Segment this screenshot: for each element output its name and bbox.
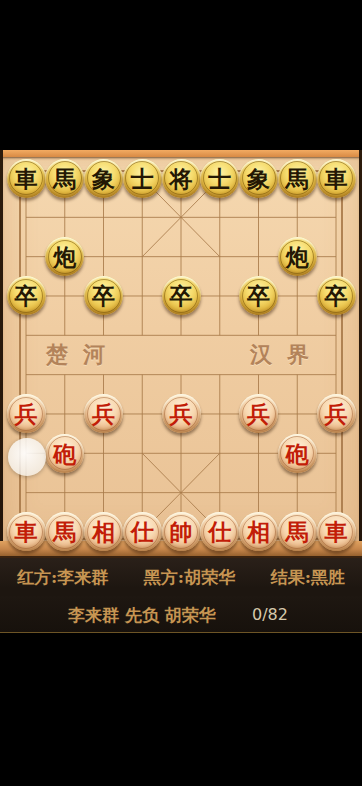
piece-glyph: 帥 [170, 512, 193, 551]
piece-black-pawn[interactable]: 卒 [7, 276, 46, 315]
status-bar: 李来群 先负 胡荣华 0/82 [0, 596, 362, 633]
piece-glyph: 馬 [286, 512, 309, 551]
piece-black-elephant[interactable]: 象 [239, 159, 278, 198]
piece-glyph: 卒 [15, 276, 38, 315]
piece-glyph: 砲 [286, 434, 309, 473]
river-label-right: 汉界 [250, 340, 324, 370]
piece-glyph: 卒 [325, 276, 348, 315]
piece-glyph: 兵 [92, 394, 115, 433]
move-counter: 0/82 [252, 605, 288, 624]
xiangqi-board[interactable]: 楚河 汉界 車馬象士将士象馬車炮炮卒卒卒卒卒兵兵兵兵兵砲砲車馬相仕帥仕相馬車 [0, 150, 362, 558]
result-label: 结果:黑胜 [271, 566, 345, 589]
piece-red-rook[interactable]: 車 [317, 512, 356, 551]
floating-ball-button[interactable] [8, 438, 46, 476]
piece-glyph: 象 [247, 159, 270, 198]
board-frame-top [0, 150, 362, 157]
piece-red-advisor[interactable]: 仕 [123, 512, 162, 551]
piece-glyph: 卒 [170, 276, 193, 315]
piece-glyph: 兵 [247, 394, 270, 433]
piece-black-pawn[interactable]: 卒 [317, 276, 356, 315]
piece-glyph: 卒 [247, 276, 270, 315]
piece-glyph: 相 [247, 512, 270, 551]
matchup-text: 李来群 先负 胡荣华 [68, 604, 216, 627]
piece-red-pawn[interactable]: 兵 [317, 394, 356, 433]
piece-glyph: 仕 [131, 512, 154, 551]
piece-glyph: 将 [170, 159, 193, 198]
piece-glyph: 馬 [53, 512, 76, 551]
piece-glyph: 車 [15, 512, 38, 551]
piece-red-horse[interactable]: 馬 [278, 512, 317, 551]
piece-glyph: 兵 [15, 394, 38, 433]
piece-red-pawn[interactable]: 兵 [162, 394, 201, 433]
piece-glyph: 卒 [92, 276, 115, 315]
piece-black-cannon[interactable]: 炮 [278, 237, 317, 276]
board-frame-left [0, 150, 3, 558]
piece-glyph: 兵 [170, 394, 193, 433]
red-player-label: 红方:李来群 [17, 566, 108, 589]
piece-red-rook[interactable]: 車 [7, 512, 46, 551]
piece-glyph: 車 [325, 159, 348, 198]
app-screen: 楚河 汉界 車馬象士将士象馬車炮炮卒卒卒卒卒兵兵兵兵兵砲砲車馬相仕帥仕相馬車 红… [0, 0, 362, 786]
piece-glyph: 兵 [325, 394, 348, 433]
piece-glyph: 炮 [286, 237, 309, 276]
piece-glyph: 士 [131, 159, 154, 198]
piece-glyph: 炮 [53, 237, 76, 276]
piece-red-cannon[interactable]: 砲 [278, 434, 317, 473]
piece-black-horse[interactable]: 馬 [45, 159, 84, 198]
piece-black-advisor[interactable]: 士 [123, 159, 162, 198]
black-player-label: 黑方:胡荣华 [144, 566, 235, 589]
piece-glyph: 馬 [53, 159, 76, 198]
piece-black-advisor[interactable]: 士 [200, 159, 239, 198]
piece-black-horse[interactable]: 馬 [278, 159, 317, 198]
piece-black-rook[interactable]: 車 [317, 159, 356, 198]
piece-glyph: 車 [325, 512, 348, 551]
piece-glyph: 士 [208, 159, 231, 198]
piece-glyph: 砲 [53, 434, 76, 473]
piece-glyph: 仕 [208, 512, 231, 551]
piece-glyph: 相 [92, 512, 115, 551]
piece-black-general[interactable]: 将 [162, 159, 201, 198]
piece-black-pawn[interactable]: 卒 [162, 276, 201, 315]
piece-black-rook[interactable]: 車 [7, 159, 46, 198]
piece-glyph: 馬 [286, 159, 309, 198]
piece-red-pawn[interactable]: 兵 [7, 394, 46, 433]
piece-black-elephant[interactable]: 象 [84, 159, 123, 198]
piece-red-cannon[interactable]: 砲 [45, 434, 84, 473]
piece-red-general[interactable]: 帥 [162, 512, 201, 551]
piece-glyph: 車 [15, 159, 38, 198]
river-label-left: 楚河 [46, 340, 120, 370]
game-info-panel: 红方:李来群 黑方:胡荣华 结果:黑胜 [0, 558, 362, 596]
piece-glyph: 象 [92, 159, 115, 198]
